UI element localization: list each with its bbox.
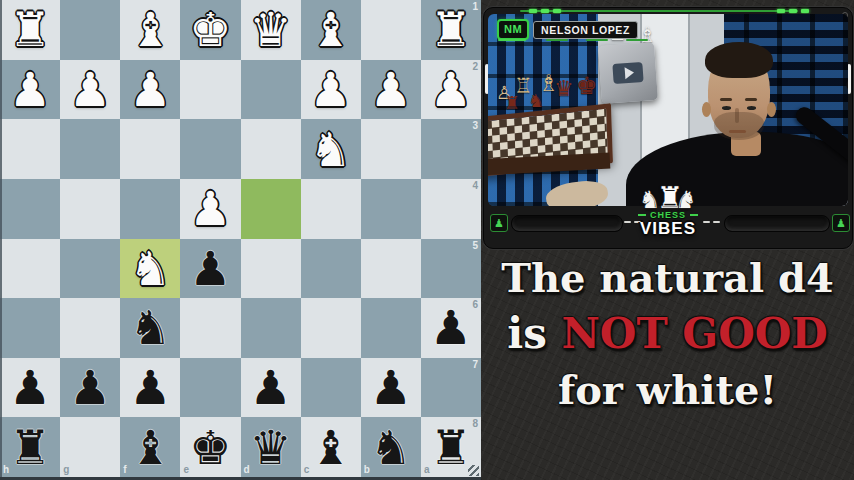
square-b8[interactable]: b♞ (361, 417, 421, 477)
square-c4[interactable] (301, 179, 361, 239)
square-f5[interactable]: ♞ (120, 239, 180, 299)
square-g4[interactable] (60, 179, 120, 239)
black-pawn-g7[interactable]: ♟ (60, 358, 120, 418)
green-dash (541, 9, 549, 13)
square-c8[interactable]: c♝ (301, 417, 361, 477)
square-h6[interactable] (0, 298, 60, 358)
green-underline (586, 39, 608, 41)
caption-line-2: is NOT GOOD (507, 311, 828, 357)
square-e4[interactable]: ♟ (180, 179, 240, 239)
square-b2[interactable]: ♟ (361, 60, 421, 120)
square-d1[interactable]: ♛ (241, 0, 301, 60)
square-c5[interactable] (301, 239, 361, 299)
square-c2[interactable]: ♟ (301, 60, 361, 120)
square-h4[interactable] (0, 179, 60, 239)
rank-label-4: 4 (472, 181, 478, 191)
square-g3[interactable] (60, 119, 120, 179)
square-h8[interactable]: h♜ (0, 417, 60, 477)
file-label-g: g (63, 465, 69, 475)
square-c7[interactable] (301, 358, 361, 418)
white-bishop-f1[interactable]: ♝ (120, 0, 180, 60)
presenter-eye (747, 106, 756, 110)
square-f8[interactable]: f♝ (120, 417, 180, 477)
black-rook-h8[interactable]: ♜ (0, 417, 60, 477)
video-frame: ♜♝♚♛♝1♜♟♟♟♟♟2♟♞3♟4♞♟5♞6♟♟♟♟♟♟7h♜gf♝e♚d♛c… (0, 0, 854, 480)
square-a2[interactable]: 2♟ (421, 60, 481, 120)
square-d4[interactable] (241, 179, 301, 239)
chess-vibes-logo: ♞♜♞ CHESS VIBES (630, 186, 706, 239)
green-dash (789, 9, 797, 13)
square-g7[interactable]: ♟ (60, 358, 120, 418)
square-b7[interactable]: ♟ (361, 358, 421, 418)
square-f2[interactable]: ♟ (120, 60, 180, 120)
presenter-ear (702, 102, 711, 117)
square-h3[interactable] (0, 119, 60, 179)
streamer-badge: NM NELSON LOPEZ (497, 19, 638, 40)
logo-dash (690, 214, 698, 216)
white-knight-f5[interactable]: ♞ (120, 239, 180, 299)
board-left-edge (0, 0, 2, 477)
square-e7[interactable] (180, 358, 240, 418)
square-h1[interactable]: ♜ (0, 0, 60, 60)
green-underline (626, 39, 648, 41)
play-icon (612, 62, 643, 84)
caption-block: The natural d4 is NOT GOOD for white! (481, 256, 854, 412)
caption-line-3: for white! (558, 368, 777, 412)
green-underline (498, 39, 526, 41)
square-e5[interactable]: ♟ (180, 239, 240, 299)
logo-text-vibes: VIBES (630, 219, 706, 239)
square-b5[interactable] (361, 239, 421, 299)
green-underline (546, 39, 568, 41)
square-e8[interactable]: e♚ (180, 417, 240, 477)
white-pawn-a2[interactable]: ♟ (421, 60, 481, 120)
pawn-icon-right: ♟ (832, 214, 850, 232)
square-d7[interactable]: ♟ (241, 358, 301, 418)
logo-emblem: ♞♜♞ (630, 186, 706, 212)
title-badge: NM (497, 19, 529, 40)
right-bar (724, 215, 830, 232)
white-pawn-b2[interactable]: ♟ (361, 60, 421, 120)
square-g1[interactable] (60, 0, 120, 60)
square-d5[interactable] (241, 239, 301, 299)
right-panel: ♔ ♗ ♙ ♖ ♗ ♜ ♞ ♛ ♚ (481, 0, 854, 480)
square-d3[interactable] (241, 119, 301, 179)
square-h5[interactable] (0, 239, 60, 299)
white-pawn-h2[interactable]: ♟ (0, 60, 60, 120)
square-f1[interactable]: ♝ (120, 0, 180, 60)
green-dash (777, 9, 785, 13)
black-bishop-f8[interactable]: ♝ (120, 417, 180, 477)
square-d2[interactable] (241, 60, 301, 120)
chess-board: ♜♝♚♛♝1♜♟♟♟♟♟2♟♞3♟4♞♟5♞6♟♟♟♟♟♟7h♜gf♝e♚d♛c… (0, 0, 481, 477)
green-dash (529, 9, 537, 13)
square-g5[interactable] (60, 239, 120, 299)
youtube-play-button-plaque (598, 42, 658, 104)
black-pawn-h7[interactable]: ♟ (0, 358, 60, 418)
black-pawn-f7[interactable]: ♟ (120, 358, 180, 418)
black-knight-f6[interactable]: ♞ (120, 298, 180, 358)
webcam-frame: ♔ ♗ ♙ ♖ ♗ ♜ ♞ ♛ ♚ (483, 7, 853, 249)
white-knight-c3[interactable]: ♞ (301, 119, 361, 179)
white-pawn-f2[interactable]: ♟ (120, 60, 180, 120)
square-b1[interactable] (361, 0, 421, 60)
caption-line-1: The natural d4 (501, 256, 834, 300)
logo-dash (638, 214, 646, 216)
white-pawn-g2[interactable]: ♟ (60, 60, 120, 120)
square-f4[interactable] (120, 179, 180, 239)
webcam-top-accent-line (520, 10, 798, 12)
square-c6[interactable] (301, 298, 361, 358)
webcam-video: ♔ ♗ ♙ ♖ ♗ ♜ ♞ ♛ ♚ (488, 14, 848, 206)
square-f3[interactable] (120, 119, 180, 179)
wooden-red-king: ♚ (576, 74, 598, 98)
black-queen-d8[interactable]: ♛ (241, 417, 301, 477)
black-knight-b8[interactable]: ♞ (361, 417, 421, 477)
square-a1[interactable]: 1♜ (421, 0, 481, 60)
square-e6[interactable] (180, 298, 240, 358)
square-b6[interactable] (361, 298, 421, 358)
left-bar (511, 215, 623, 232)
caption-line2-white: is (507, 309, 561, 358)
wooden-red-queen: ♛ (554, 78, 574, 100)
presenter-mouth (729, 130, 746, 133)
square-e1[interactable]: ♚ (180, 0, 240, 60)
white-dash (713, 221, 720, 223)
black-pawn-b7[interactable]: ♟ (361, 358, 421, 418)
square-b4[interactable] (361, 179, 421, 239)
white-pawn-e4[interactable]: ♟ (180, 179, 240, 239)
square-a4[interactable]: 4 (421, 179, 481, 239)
presenter-ear (767, 102, 776, 117)
presenter-eyebrow (720, 98, 732, 101)
square-a7[interactable]: 7 (421, 358, 481, 418)
square-d8[interactable]: d♛ (241, 417, 301, 477)
wooden-red-knight: ♞ (528, 92, 544, 110)
streamer-name: NELSON LOPEZ (533, 21, 638, 39)
rank-label-7: 7 (472, 360, 478, 370)
white-king-e1[interactable]: ♚ (180, 0, 240, 60)
presenter-stubble (714, 112, 764, 140)
square-h7[interactable]: ♟ (0, 358, 60, 418)
square-f6[interactable]: ♞ (120, 298, 180, 358)
green-dash (553, 9, 561, 13)
black-pawn-d7[interactable]: ♟ (241, 358, 301, 418)
square-d6[interactable] (241, 298, 301, 358)
square-g6[interactable] (60, 298, 120, 358)
rank-label-5: 5 (472, 241, 478, 251)
square-c1[interactable]: ♝ (301, 0, 361, 60)
square-a3[interactable]: 3 (421, 119, 481, 179)
wooden-red-rook: ♜ (504, 94, 520, 112)
white-bishop-c1[interactable]: ♝ (301, 0, 361, 60)
square-e2[interactable] (180, 60, 240, 120)
black-bishop-c8[interactable]: ♝ (301, 417, 361, 477)
presenter-hair (705, 42, 773, 78)
square-a5[interactable]: 5 (421, 239, 481, 299)
square-c3[interactable]: ♞ (301, 119, 361, 179)
presenter-eyebrow (745, 98, 757, 101)
square-f7[interactable]: ♟ (120, 358, 180, 418)
square-a6[interactable]: 6♟ (421, 298, 481, 358)
black-pawn-a6[interactable]: ♟ (421, 298, 481, 358)
white-pawn-c2[interactable]: ♟ (301, 60, 361, 120)
white-rook-a1[interactable]: ♜ (421, 0, 481, 60)
white-rook-h1[interactable]: ♜ (0, 0, 60, 60)
square-e3[interactable] (180, 119, 240, 179)
square-h2[interactable]: ♟ (0, 60, 60, 120)
rank-label-3: 3 (472, 121, 478, 131)
green-dash (801, 9, 809, 13)
caption-line2-red: NOT GOOD (561, 309, 827, 358)
white-queen-d1[interactable]: ♛ (241, 0, 301, 60)
black-pawn-e5[interactable]: ♟ (180, 239, 240, 299)
board-resize-handle[interactable] (468, 465, 479, 476)
black-king-e8[interactable]: ♚ (180, 417, 240, 477)
presenter-eye (722, 106, 731, 110)
square-b3[interactable] (361, 119, 421, 179)
square-g8[interactable]: g (60, 417, 120, 477)
square-g2[interactable]: ♟ (60, 60, 120, 120)
pawn-icon-left: ♟ (490, 214, 508, 232)
